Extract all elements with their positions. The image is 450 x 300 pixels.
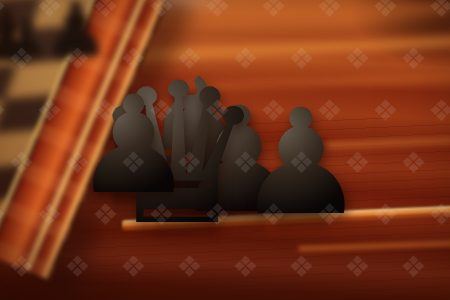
chess-photo-scene: ♟ ♟ ♟ ♞ ♟ ♛ ♟ ♟ ❖❖❖❖❖❖❖❖❖❖❖❖❖❖❖❖❖❖❖❖❖❖❖❖… bbox=[0, 0, 450, 300]
black-pawn-left: ♟ bbox=[66, 78, 201, 213]
